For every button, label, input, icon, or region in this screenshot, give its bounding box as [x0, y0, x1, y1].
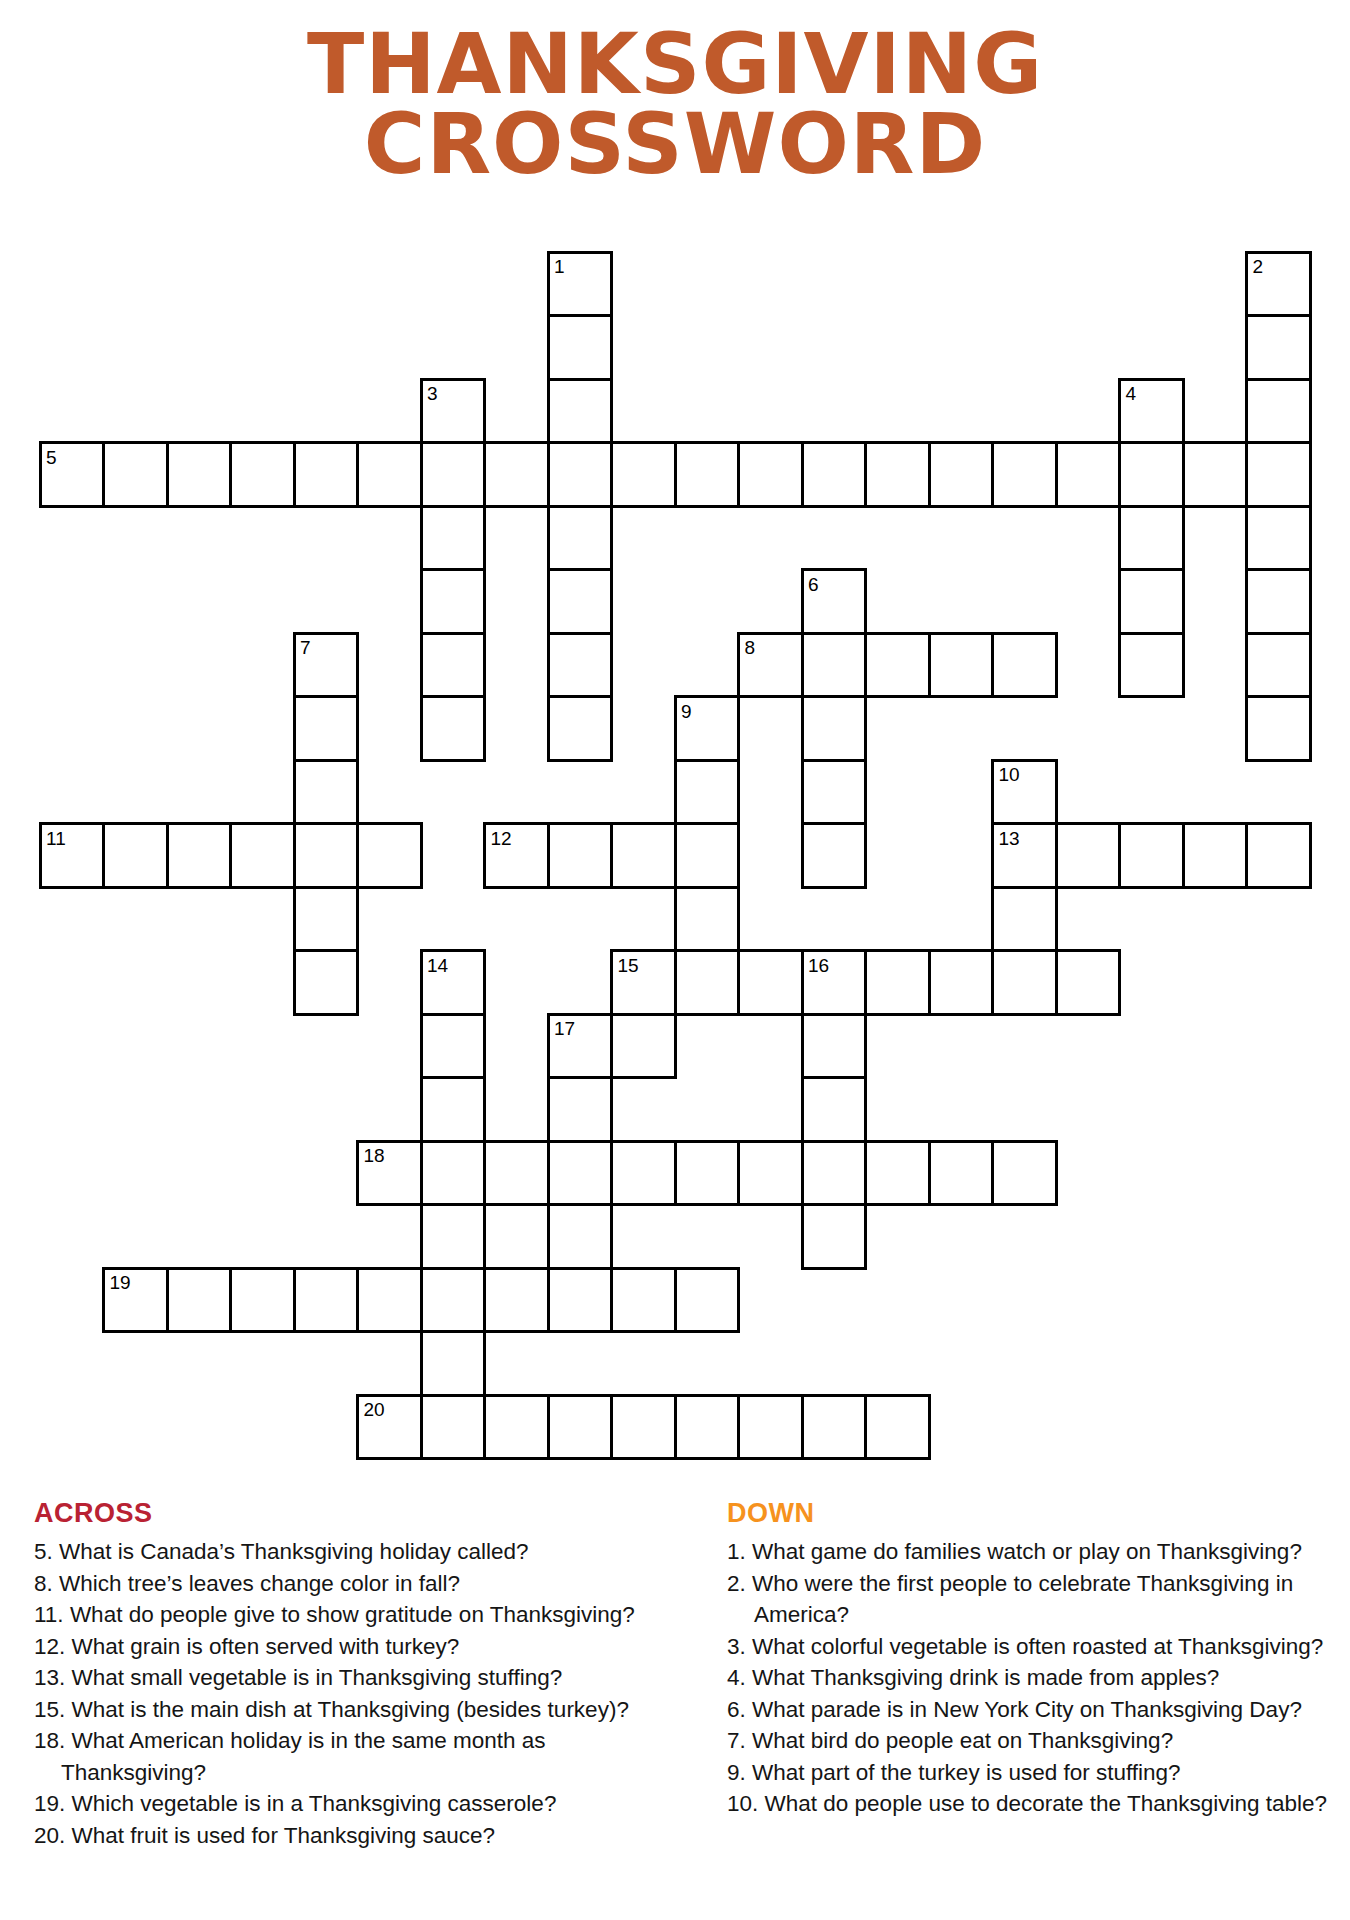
grid-cell[interactable] [864, 441, 931, 508]
grid-cell[interactable] [420, 1267, 487, 1334]
grid-cell[interactable] [483, 1267, 550, 1334]
clue-item: 2. Who were the first people to celebrat… [727, 1568, 1350, 1631]
cell-number: 10 [999, 765, 1020, 784]
clue-item: 10. What do people use to decorate the T… [727, 1788, 1350, 1820]
cell-number: 5 [46, 448, 57, 467]
grid-cell[interactable] [420, 1203, 487, 1270]
grid-cell[interactable] [166, 441, 233, 508]
grid-cell[interactable] [293, 441, 360, 508]
grid-cell[interactable] [610, 1394, 677, 1461]
grid-cell[interactable] [1118, 568, 1185, 635]
clue-text: What do people use to decorate the Thank… [765, 1791, 1327, 1816]
clue-item: 11. What do people give to show gratitud… [34, 1599, 674, 1631]
grid-cell[interactable] [1055, 441, 1122, 508]
cell-number: 6 [808, 575, 819, 594]
grid-cell[interactable] [674, 441, 741, 508]
clue-text: What fruit is used for Thanksgiving sauc… [72, 1823, 496, 1848]
grid-cell[interactable] [102, 441, 169, 508]
cell-number: 8 [745, 638, 756, 657]
clue-item: 18. What American holiday is in the same… [34, 1725, 674, 1788]
grid-cell[interactable] [547, 314, 614, 381]
cell-number: 12 [491, 829, 512, 848]
grid-cell[interactable] [801, 1394, 868, 1461]
clue-number: 5. [34, 1539, 53, 1564]
grid-cell[interactable] [166, 1267, 233, 1334]
grid-cell[interactable] [293, 822, 360, 889]
grid-cell[interactable] [928, 441, 995, 508]
grid-cell[interactable] [547, 695, 614, 762]
clue-item: 12. What grain is often served with turk… [34, 1631, 674, 1663]
grid-cell[interactable] [1245, 314, 1312, 381]
clue-text: What American holiday is in the same mon… [61, 1728, 546, 1785]
grid-cell[interactable] [991, 949, 1058, 1016]
grid-cell[interactable] [547, 1394, 614, 1461]
grid-cell[interactable] [1118, 505, 1185, 572]
down-header: DOWN [727, 1498, 1350, 1528]
clue-item: 13. What small vegetable is in Thanksgiv… [34, 1662, 674, 1694]
cell-number: 20 [364, 1400, 385, 1419]
grid-cell[interactable] [928, 632, 995, 699]
grid-cell[interactable] [801, 1140, 868, 1207]
across-clue-list: 5. What is Canada’s Thanksgiving holiday… [34, 1536, 674, 1851]
cell-number: 15 [618, 956, 639, 975]
grid-cell[interactable] [1182, 822, 1249, 889]
clue-text: What is Canada’s Thanksgiving holiday ca… [59, 1539, 528, 1564]
clue-number: 13. [34, 1665, 65, 1690]
grid-cell[interactable] [547, 441, 614, 508]
grid-cell[interactable] [356, 1267, 423, 1334]
grid-cell[interactable] [610, 822, 677, 889]
grid-cell[interactable] [1118, 441, 1185, 508]
clue-number: 6. [727, 1697, 746, 1722]
grid-cell[interactable] [166, 822, 233, 889]
cell-number: 9 [681, 702, 692, 721]
clue-text: Which vegetable is in a Thanksgiving cas… [72, 1791, 557, 1816]
clue-number: 9. [727, 1760, 746, 1785]
clue-number: 2. [727, 1571, 746, 1596]
clue-number: 8. [34, 1571, 53, 1596]
grid-cell[interactable] [1182, 441, 1249, 508]
clue-item: 7. What bird do people eat on Thanksgivi… [727, 1725, 1350, 1757]
cell-number: 4 [1126, 384, 1137, 403]
cell-number: 13 [999, 829, 1020, 848]
grid-cell[interactable] [547, 1203, 614, 1270]
grid-cell[interactable] [1245, 632, 1312, 699]
down-clues: DOWN 1. What game do families watch or p… [727, 1498, 1350, 1820]
across-clues: ACROSS 5. What is Canada’s Thanksgiving … [34, 1498, 674, 1851]
clue-item: 6. What parade is in New York City on Th… [727, 1694, 1350, 1726]
grid-cell[interactable] [610, 441, 677, 508]
grid-cell[interactable] [674, 1140, 741, 1207]
grid-cell[interactable] [864, 949, 931, 1016]
grid-cell[interactable] [737, 441, 804, 508]
grid-cell[interactable] [1245, 378, 1312, 445]
grid-cell[interactable] [1118, 822, 1185, 889]
grid-cell[interactable] [547, 1076, 614, 1143]
page: THANKSGIVING CROSSWORD 12345678910111213… [0, 0, 1350, 1920]
cell-number: 1 [554, 257, 565, 276]
grid-cell[interactable] [547, 632, 614, 699]
grid-cell[interactable] [991, 632, 1058, 699]
grid-cell[interactable] [737, 1394, 804, 1461]
cell-number: 3 [427, 384, 438, 403]
grid-cell[interactable] [483, 441, 550, 508]
grid-cell[interactable] [547, 1267, 614, 1334]
grid-cell[interactable] [991, 1140, 1058, 1207]
clue-text: What is the main dish at Thanksgiving (b… [72, 1697, 629, 1722]
grid-cell[interactable] [991, 886, 1058, 953]
grid-cell[interactable] [737, 949, 804, 1016]
clue-item: 15. What is the main dish at Thanksgivin… [34, 1694, 674, 1726]
grid-cell[interactable] [547, 822, 614, 889]
grid-cell[interactable] [293, 886, 360, 953]
clue-text: What do people give to show gratitude on… [70, 1602, 635, 1627]
grid-cell[interactable] [420, 1394, 487, 1461]
grid-cell[interactable] [610, 1140, 677, 1207]
grid-cell[interactable] [801, 822, 868, 889]
clue-number: 3. [727, 1634, 746, 1659]
grid-cell[interactable] [356, 441, 423, 508]
clue-number: 15. [34, 1697, 65, 1722]
clue-item: 20. What fruit is used for Thanksgiving … [34, 1820, 674, 1852]
clue-item: 19. Which vegetable is in a Thanksgiving… [34, 1788, 674, 1820]
grid-cell[interactable] [864, 1140, 931, 1207]
grid-cell[interactable] [102, 822, 169, 889]
grid-cell[interactable] [356, 822, 423, 889]
grid-cell[interactable] [229, 822, 296, 889]
grid-cell[interactable] [674, 886, 741, 953]
grid-cell[interactable] [674, 822, 741, 889]
grid-cell[interactable] [483, 1394, 550, 1461]
clue-number: 1. [727, 1539, 746, 1564]
grid-cell[interactable] [229, 441, 296, 508]
grid-cell[interactable] [610, 1013, 677, 1080]
grid-cell[interactable] [674, 1267, 741, 1334]
cell-number: 19 [110, 1273, 131, 1292]
grid-cell[interactable] [801, 695, 868, 762]
grid-cell[interactable] [1245, 441, 1312, 508]
grid-cell[interactable] [420, 1076, 487, 1143]
clue-text: Who were the first people to celebrate T… [752, 1571, 1293, 1628]
clue-item: 3. What colorful vegetable is often roas… [727, 1631, 1350, 1663]
grid-cell[interactable] [1245, 568, 1312, 635]
clue-number: 19. [34, 1791, 65, 1816]
cell-number: 11 [46, 829, 66, 848]
grid-cell[interactable] [293, 1267, 360, 1334]
grid-cell[interactable] [420, 441, 487, 508]
clue-number: 4. [727, 1665, 746, 1690]
grid-cell[interactable] [547, 505, 614, 572]
grid-cell[interactable] [1245, 822, 1312, 889]
cell-number: 14 [427, 956, 448, 975]
grid-cell[interactable] [293, 695, 360, 762]
grid-cell[interactable] [547, 378, 614, 445]
clue-number: 10. [727, 1791, 758, 1816]
cell-number: 7 [300, 638, 311, 657]
grid-cell[interactable] [864, 632, 931, 699]
grid-cell[interactable] [420, 568, 487, 635]
grid-cell[interactable] [674, 1394, 741, 1461]
grid-cell[interactable] [1118, 632, 1185, 699]
clue-number: 18. [34, 1728, 65, 1753]
grid-cell[interactable] [420, 1013, 487, 1080]
clue-text: What bird do people eat on Thanksgiving? [752, 1728, 1173, 1753]
cell-number: 17 [554, 1019, 575, 1038]
grid-cell[interactable] [737, 1140, 804, 1207]
grid-cell[interactable] [801, 441, 868, 508]
grid-cell[interactable] [483, 1140, 550, 1207]
clue-item: 5. What is Canada’s Thanksgiving holiday… [34, 1536, 674, 1568]
clue-item: 1. What game do families watch or play o… [727, 1536, 1350, 1568]
grid-cell[interactable] [801, 632, 868, 699]
clue-number: 12. [34, 1634, 65, 1659]
cell-number: 18 [364, 1146, 385, 1165]
grid-cell[interactable] [674, 759, 741, 826]
grid-cell[interactable] [229, 1267, 296, 1334]
grid-cell[interactable] [547, 1140, 614, 1207]
grid-cell[interactable] [1245, 505, 1312, 572]
clue-text: Which tree’s leaves change color in fall… [59, 1571, 460, 1596]
grid-cell[interactable] [991, 441, 1058, 508]
clue-number: 20. [34, 1823, 65, 1848]
clue-text: What parade is in New York City on Thank… [752, 1697, 1302, 1722]
grid-cell[interactable] [801, 1013, 868, 1080]
grid-cell[interactable] [293, 949, 360, 1016]
grid-cell[interactable] [420, 1140, 487, 1207]
clue-text: What part of the turkey is used for stuf… [752, 1760, 1181, 1785]
clue-item: 8. Which tree’s leaves change color in f… [34, 1568, 674, 1600]
grid-cell[interactable] [674, 949, 741, 1016]
grid-cell[interactable] [801, 759, 868, 826]
clue-number: 7. [727, 1728, 746, 1753]
grid-cell[interactable] [610, 1267, 677, 1334]
down-clue-list: 1. What game do families watch or play o… [727, 1536, 1350, 1820]
cell-number: 2 [1253, 257, 1264, 276]
grid-cell[interactable] [928, 949, 995, 1016]
grid-cell[interactable] [1055, 949, 1122, 1016]
clue-text: What game do families watch or play on T… [752, 1539, 1302, 1564]
clue-item: 9. What part of the turkey is used for s… [727, 1757, 1350, 1789]
grid-cell[interactable] [420, 632, 487, 699]
clue-number: 11. [34, 1602, 64, 1627]
across-header: ACROSS [34, 1498, 674, 1528]
grid-cell[interactable] [420, 695, 487, 762]
grid-cell[interactable] [1245, 695, 1312, 762]
grid-cell[interactable] [420, 1330, 487, 1397]
cell-number: 16 [808, 956, 829, 975]
grid-cell[interactable] [420, 505, 487, 572]
clue-text: What Thanksgiving drink is made from app… [752, 1665, 1219, 1690]
grid-cell[interactable] [864, 1394, 931, 1461]
grid-cell[interactable] [293, 759, 360, 826]
clue-text: What colorful vegetable is often roasted… [752, 1634, 1323, 1659]
grid-cell[interactable] [547, 568, 614, 635]
clue-text: What small vegetable is in Thanksgiving … [72, 1665, 563, 1690]
grid-cell[interactable] [928, 1140, 995, 1207]
grid-cell[interactable] [801, 1076, 868, 1143]
clue-item: 4. What Thanksgiving drink is made from … [727, 1662, 1350, 1694]
clue-text: What grain is often served with turkey? [72, 1634, 460, 1659]
grid-cell[interactable] [801, 1203, 868, 1270]
grid-cell[interactable] [1055, 822, 1122, 889]
